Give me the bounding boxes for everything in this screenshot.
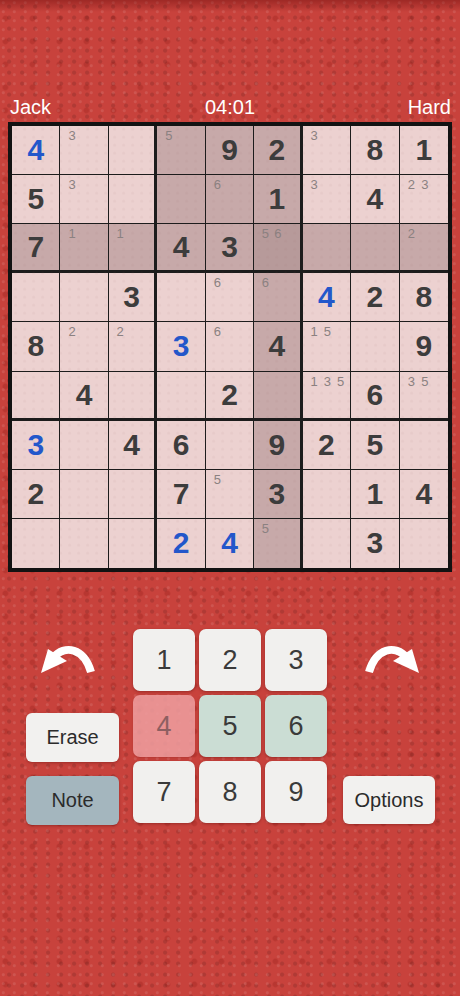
cell-r6c8[interactable]: 6	[351, 372, 399, 421]
note-digit: 5	[337, 374, 344, 389]
cell-r2c6[interactable]: 1	[254, 175, 302, 224]
cell-r1c9[interactable]: 1	[400, 126, 448, 175]
cell-r5c1[interactable]: 8	[12, 322, 60, 371]
pencil-notes: 3	[65, 128, 104, 172]
cell-r2c4[interactable]	[157, 175, 205, 224]
pencil-notes: 1	[114, 226, 151, 268]
cell-r4c2[interactable]	[60, 273, 108, 322]
key-2[interactable]: 2	[199, 629, 261, 691]
cell-r4c8[interactable]: 2	[351, 273, 399, 322]
cell-r5c5[interactable]: 6	[206, 322, 254, 371]
given-digit: 4	[123, 428, 140, 462]
cell-r4c1[interactable]	[12, 273, 60, 322]
cell-r9c6[interactable]: 5	[254, 519, 302, 568]
note-digit: 3	[68, 177, 75, 192]
cell-r4c7[interactable]: 4	[303, 273, 351, 322]
given-digit: 9	[415, 329, 432, 363]
redo-arrow-icon	[369, 649, 419, 673]
note-digit: 6	[214, 324, 221, 339]
cell-r7c8[interactable]: 5	[351, 421, 399, 470]
cell-r1c5[interactable]: 9	[206, 126, 254, 175]
cell-r6c5[interactable]: 2	[206, 372, 254, 421]
user-digit: 3	[173, 329, 190, 363]
note-digit: 5	[262, 226, 269, 241]
cell-r8c6[interactable]: 3	[254, 470, 302, 519]
note-digit: 3	[421, 177, 428, 192]
pencil-notes: 6	[211, 275, 250, 319]
cell-r8c3[interactable]	[109, 470, 157, 519]
key-1[interactable]: 1	[133, 629, 195, 691]
cell-r1c8[interactable]: 8	[351, 126, 399, 175]
pencil-notes: 135	[308, 374, 347, 416]
cell-r7c9[interactable]	[400, 421, 448, 470]
cell-r1c7[interactable]: 3	[303, 126, 351, 175]
cell-r4c3[interactable]: 3	[109, 273, 157, 322]
cell-r7c4[interactable]: 6	[157, 421, 205, 470]
key-5[interactable]: 5	[199, 695, 261, 757]
cell-r8c1[interactable]: 2	[12, 470, 60, 519]
cell-r7c5[interactable]	[206, 421, 254, 470]
given-digit: 6	[173, 428, 190, 462]
pencil-notes: 2	[114, 324, 151, 368]
pencil-notes: 1	[65, 226, 104, 268]
cell-r2c3[interactable]	[109, 175, 157, 224]
key-9[interactable]: 9	[265, 761, 327, 823]
given-digit: 1	[366, 477, 383, 511]
pencil-notes: 5	[211, 472, 250, 516]
note-digit: 6	[214, 275, 221, 290]
options-button[interactable]: Options	[343, 776, 435, 824]
cell-r5c4[interactable]: 3	[157, 322, 205, 371]
cell-r6c3[interactable]	[109, 372, 157, 421]
cell-r7c3[interactable]: 4	[109, 421, 157, 470]
given-digit: 5	[27, 182, 44, 216]
note-digit: 3	[408, 374, 415, 389]
given-digit: 3	[123, 280, 140, 314]
pencil-notes: 6	[211, 177, 250, 221]
cell-r8c4[interactable]: 7	[157, 470, 205, 519]
cell-r8c7[interactable]	[303, 470, 351, 519]
given-digit: 1	[269, 182, 286, 216]
cell-r2c9[interactable]: 23	[400, 175, 448, 224]
cell-r9c7[interactable]	[303, 519, 351, 568]
cell-r7c2[interactable]	[60, 421, 108, 470]
cell-r3c1[interactable]: 7	[12, 224, 60, 273]
given-digit: 2	[366, 280, 383, 314]
cell-r8c8[interactable]: 1	[351, 470, 399, 519]
cell-r5c9[interactable]: 9	[400, 322, 448, 371]
pencil-notes: 35	[405, 374, 445, 416]
key-4[interactable]: 4	[133, 695, 195, 757]
cell-r5c3[interactable]: 2	[109, 322, 157, 371]
pencil-notes: 23	[405, 177, 445, 221]
note-digit: 5	[421, 374, 428, 389]
note-button[interactable]: Note	[26, 776, 119, 825]
given-digit: 2	[27, 477, 44, 511]
user-digit: 4	[318, 280, 335, 314]
pencil-notes: 5	[259, 521, 296, 566]
given-digit: 9	[221, 133, 238, 167]
cell-r3c3[interactable]: 1	[109, 224, 157, 273]
cell-r1c6[interactable]: 2	[254, 126, 302, 175]
pencil-notes: 2	[405, 226, 445, 268]
cell-r8c5[interactable]: 5	[206, 470, 254, 519]
given-digit: 5	[366, 428, 383, 462]
cell-r9c8[interactable]: 3	[351, 519, 399, 568]
pencil-notes: 15	[308, 324, 347, 368]
given-digit: 3	[366, 526, 383, 560]
cell-r3c6[interactable]: 56	[254, 224, 302, 273]
note-digit: 1	[311, 374, 318, 389]
cell-r3c2[interactable]: 1	[60, 224, 108, 273]
cell-r2c1[interactable]: 5	[12, 175, 60, 224]
key-3[interactable]: 3	[265, 629, 327, 691]
user-digit: 2	[173, 526, 190, 560]
cell-r9c9[interactable]	[400, 519, 448, 568]
note-digit: 5	[165, 128, 172, 143]
note-digit: 5	[262, 521, 269, 536]
given-digit: 8	[415, 280, 432, 314]
game-timer: 04:01	[0, 94, 460, 120]
note-digit: 1	[311, 324, 318, 339]
note-digit: 6	[274, 226, 281, 241]
given-digit: 9	[269, 428, 286, 462]
difficulty-label: Hard	[408, 94, 451, 120]
given-digit: 4	[269, 329, 286, 363]
note-digit: 2	[408, 177, 415, 192]
given-digit: 7	[27, 230, 44, 264]
note-digit: 1	[68, 226, 75, 241]
pencil-notes: 3	[308, 128, 347, 172]
cell-r6c1[interactable]	[12, 372, 60, 421]
note-digit: 2	[117, 324, 124, 339]
pencil-notes: 56	[259, 226, 296, 268]
number-keypad: 123456789	[133, 629, 327, 823]
user-digit: 3	[27, 428, 44, 462]
header-bar: Jack 04:01 Hard	[0, 94, 460, 120]
cell-r9c2[interactable]	[60, 519, 108, 568]
cell-r5c8[interactable]	[351, 322, 399, 371]
cell-r6c6[interactable]	[254, 372, 302, 421]
pencil-notes: 3	[65, 177, 104, 221]
cell-r1c1[interactable]: 4	[12, 126, 60, 175]
cell-r5c2[interactable]: 2	[60, 322, 108, 371]
given-digit: 6	[366, 378, 383, 412]
given-digit: 2	[269, 133, 286, 167]
cell-r5c7[interactable]: 15	[303, 322, 351, 371]
cell-r2c2[interactable]: 3	[60, 175, 108, 224]
given-digit: 7	[173, 477, 190, 511]
given-digit: 4	[173, 230, 190, 264]
cell-r1c4[interactable]: 5	[157, 126, 205, 175]
cell-r7c1[interactable]: 3	[12, 421, 60, 470]
note-digit: 2	[68, 324, 75, 339]
pencil-notes: 2	[65, 324, 104, 368]
given-digit: 1	[415, 133, 432, 167]
key-8[interactable]: 8	[199, 761, 261, 823]
cell-r3c4[interactable]: 4	[157, 224, 205, 273]
cell-r6c2[interactable]: 4	[60, 372, 108, 421]
cell-r1c3[interactable]	[109, 126, 157, 175]
given-digit: 2	[221, 378, 238, 412]
cell-r2c5[interactable]: 6	[206, 175, 254, 224]
given-digit: 3	[221, 230, 238, 264]
cell-r9c5[interactable]: 4	[206, 519, 254, 568]
cell-r4c9[interactable]: 8	[400, 273, 448, 322]
pencil-notes: 6	[259, 275, 296, 319]
cell-r9c3[interactable]	[109, 519, 157, 568]
cell-r2c8[interactable]: 4	[351, 175, 399, 224]
given-digit: 2	[318, 428, 335, 462]
cell-r6c7[interactable]: 135	[303, 372, 351, 421]
cell-r3c7[interactable]	[303, 224, 351, 273]
note-digit: 3	[324, 374, 331, 389]
cell-r3c9[interactable]: 2	[400, 224, 448, 273]
note-digit: 5	[214, 472, 221, 487]
cell-r2c7[interactable]: 3	[303, 175, 351, 224]
cell-r4c6[interactable]: 6	[254, 273, 302, 322]
given-digit: 8	[27, 329, 44, 363]
sudoku-board[interactable]: 4359238153613423711435623664288223641594…	[8, 122, 452, 572]
cell-r1c2[interactable]: 3	[60, 126, 108, 175]
given-digit: 8	[366, 133, 383, 167]
note-digit: 3	[311, 177, 318, 192]
cell-r7c7[interactable]: 2	[303, 421, 351, 470]
given-digit: 3	[269, 477, 286, 511]
cell-r9c1[interactable]	[12, 519, 60, 568]
key-7[interactable]: 7	[133, 761, 195, 823]
erase-button[interactable]: Erase	[26, 713, 119, 762]
cell-r3c5[interactable]: 3	[206, 224, 254, 273]
cell-r4c5[interactable]: 6	[206, 273, 254, 322]
cell-r5c6[interactable]: 4	[254, 322, 302, 371]
redo-button[interactable]	[363, 642, 421, 680]
cell-r8c2[interactable]	[60, 470, 108, 519]
cell-r4c4[interactable]	[157, 273, 205, 322]
note-digit: 6	[214, 177, 221, 192]
pencil-notes: 6	[211, 324, 250, 368]
cell-r8c9[interactable]: 4	[400, 470, 448, 519]
user-digit: 4	[27, 133, 44, 167]
pencil-notes: 5	[162, 128, 201, 172]
note-digit: 1	[117, 226, 124, 241]
note-digit: 3	[311, 128, 318, 143]
note-digit: 2	[408, 226, 415, 241]
given-digit: 4	[415, 477, 432, 511]
cell-r6c9[interactable]: 35	[400, 372, 448, 421]
cell-r3c8[interactable]	[351, 224, 399, 273]
given-digit: 4	[76, 378, 93, 412]
note-digit: 6	[262, 275, 269, 290]
cell-r9c4[interactable]: 2	[157, 519, 205, 568]
key-6[interactable]: 6	[265, 695, 327, 757]
user-digit: 4	[221, 526, 238, 560]
note-digit: 5	[324, 324, 331, 339]
pencil-notes: 3	[308, 177, 347, 221]
undo-button[interactable]	[39, 642, 97, 680]
given-digit: 4	[366, 182, 383, 216]
undo-arrow-icon	[41, 649, 91, 673]
cell-r7c6[interactable]: 9	[254, 421, 302, 470]
note-digit: 3	[68, 128, 75, 143]
cell-r6c4[interactable]	[157, 372, 205, 421]
